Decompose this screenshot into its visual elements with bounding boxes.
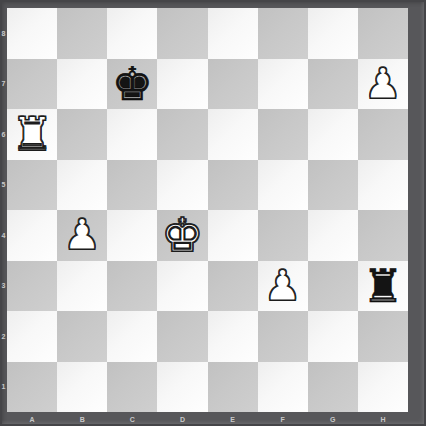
squares-grid: ♚♟♜♟♚♟♜ bbox=[7, 8, 408, 412]
square-h1[interactable] bbox=[358, 362, 408, 413]
square-g7[interactable] bbox=[308, 59, 358, 110]
square-c1[interactable] bbox=[107, 362, 157, 413]
square-h7[interactable]: ♟ bbox=[358, 59, 408, 110]
square-e8[interactable] bbox=[208, 8, 258, 59]
square-f3[interactable]: ♟ bbox=[258, 261, 308, 312]
square-h5[interactable] bbox=[358, 160, 408, 211]
square-d1[interactable] bbox=[157, 362, 207, 413]
square-a6[interactable]: ♜ bbox=[7, 109, 57, 160]
square-b6[interactable] bbox=[57, 109, 107, 160]
square-e3[interactable] bbox=[208, 261, 258, 312]
square-e2[interactable] bbox=[208, 311, 258, 362]
file-label-a: A bbox=[7, 412, 57, 426]
black-rook[interactable]: ♜ bbox=[362, 263, 403, 309]
square-g8[interactable] bbox=[308, 8, 358, 59]
rank-label-7: 7 bbox=[0, 59, 7, 110]
square-b7[interactable] bbox=[57, 59, 107, 110]
square-g1[interactable] bbox=[308, 362, 358, 413]
square-c8[interactable] bbox=[107, 8, 157, 59]
rank-label-1: 1 bbox=[0, 362, 7, 413]
square-d8[interactable] bbox=[157, 8, 207, 59]
square-b1[interactable] bbox=[57, 362, 107, 413]
white-pawn[interactable]: ♟ bbox=[264, 265, 302, 307]
square-b2[interactable] bbox=[57, 311, 107, 362]
white-king[interactable]: ♚ bbox=[162, 212, 203, 258]
square-e1[interactable] bbox=[208, 362, 258, 413]
black-king[interactable]: ♚ bbox=[112, 61, 153, 107]
square-d2[interactable] bbox=[157, 311, 207, 362]
square-a7[interactable] bbox=[7, 59, 57, 110]
square-d7[interactable] bbox=[157, 59, 207, 110]
square-d3[interactable] bbox=[157, 261, 207, 312]
square-c6[interactable] bbox=[107, 109, 157, 160]
square-a8[interactable] bbox=[7, 8, 57, 59]
file-label-c: C bbox=[107, 412, 157, 426]
square-b5[interactable] bbox=[57, 160, 107, 211]
square-a1[interactable] bbox=[7, 362, 57, 413]
rank-labels: 87654321 bbox=[0, 8, 7, 412]
square-g5[interactable] bbox=[308, 160, 358, 211]
file-label-b: B bbox=[57, 412, 107, 426]
white-pawn[interactable]: ♟ bbox=[63, 214, 101, 256]
square-c5[interactable] bbox=[107, 160, 157, 211]
rank-label-2: 2 bbox=[0, 311, 7, 362]
square-c3[interactable] bbox=[107, 261, 157, 312]
square-f6[interactable] bbox=[258, 109, 308, 160]
square-f7[interactable] bbox=[258, 59, 308, 110]
file-label-h: H bbox=[358, 412, 408, 426]
square-e7[interactable] bbox=[208, 59, 258, 110]
square-h8[interactable] bbox=[358, 8, 408, 59]
square-f5[interactable] bbox=[258, 160, 308, 211]
square-d6[interactable] bbox=[157, 109, 207, 160]
square-f2[interactable] bbox=[258, 311, 308, 362]
square-h2[interactable] bbox=[358, 311, 408, 362]
square-g4[interactable] bbox=[308, 210, 358, 261]
rank-label-3: 3 bbox=[0, 261, 7, 312]
square-a2[interactable] bbox=[7, 311, 57, 362]
square-e5[interactable] bbox=[208, 160, 258, 211]
square-e4[interactable] bbox=[208, 210, 258, 261]
white-pawn[interactable]: ♟ bbox=[364, 63, 402, 105]
square-c7[interactable]: ♚ bbox=[107, 59, 157, 110]
square-g6[interactable] bbox=[308, 109, 358, 160]
file-label-f: F bbox=[258, 412, 308, 426]
file-labels: ABCDEFGH bbox=[7, 412, 408, 426]
square-f4[interactable] bbox=[258, 210, 308, 261]
square-d5[interactable] bbox=[157, 160, 207, 211]
rank-label-8: 8 bbox=[0, 8, 7, 59]
square-h3[interactable]: ♜ bbox=[358, 261, 408, 312]
square-f8[interactable] bbox=[258, 8, 308, 59]
rank-label-6: 6 bbox=[0, 109, 7, 160]
square-f1[interactable] bbox=[258, 362, 308, 413]
file-label-g: G bbox=[308, 412, 358, 426]
square-c4[interactable] bbox=[107, 210, 157, 261]
file-label-e: E bbox=[208, 412, 258, 426]
square-h4[interactable] bbox=[358, 210, 408, 261]
white-rook[interactable]: ♜ bbox=[11, 111, 52, 157]
square-g2[interactable] bbox=[308, 311, 358, 362]
square-a3[interactable] bbox=[7, 261, 57, 312]
square-b8[interactable] bbox=[57, 8, 107, 59]
square-a5[interactable] bbox=[7, 160, 57, 211]
square-c2[interactable] bbox=[107, 311, 157, 362]
square-b3[interactable] bbox=[57, 261, 107, 312]
square-g3[interactable] bbox=[308, 261, 358, 312]
square-h6[interactable] bbox=[358, 109, 408, 160]
rank-label-4: 4 bbox=[0, 210, 7, 261]
square-a4[interactable] bbox=[7, 210, 57, 261]
chess-board: 87654321 ♚♟♜♟♚♟♜ ABCDEFGH bbox=[0, 0, 426, 426]
file-label-d: D bbox=[157, 412, 207, 426]
square-b4[interactable]: ♟ bbox=[57, 210, 107, 261]
rank-label-5: 5 bbox=[0, 160, 7, 211]
square-d4[interactable]: ♚ bbox=[157, 210, 207, 261]
square-e6[interactable] bbox=[208, 109, 258, 160]
